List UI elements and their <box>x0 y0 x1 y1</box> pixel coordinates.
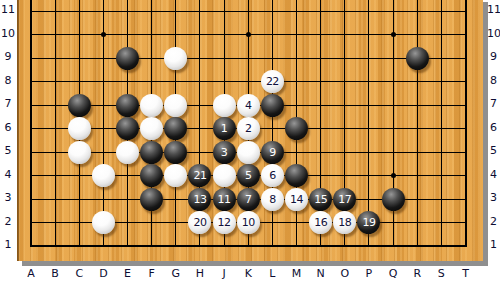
black-stone-G6[interactable] <box>164 117 187 140</box>
row-label-right-6: 6 <box>487 121 500 134</box>
move-number: 10 <box>237 211 260 234</box>
row-label-right-8: 8 <box>487 74 500 87</box>
black-stone-G5[interactable] <box>164 141 187 164</box>
row-label-right-2: 2 <box>487 215 500 228</box>
star-point <box>246 32 251 37</box>
grid-vline <box>465 0 467 247</box>
black-stone-E7[interactable] <box>116 94 139 117</box>
black-stone-K3[interactable]: 7 <box>237 188 260 211</box>
black-stone-M6[interactable] <box>285 117 308 140</box>
white-stone-M3[interactable]: 14 <box>285 188 308 211</box>
move-number: 4 <box>237 94 260 117</box>
move-number: 1 <box>213 117 236 140</box>
move-number: 11 <box>213 188 236 211</box>
move-number: 17 <box>333 188 356 211</box>
row-label-right-5: 5 <box>487 144 500 157</box>
grid-hline <box>30 11 467 12</box>
move-number: 22 <box>261 70 284 93</box>
col-label-M: M <box>288 267 305 280</box>
white-stone-K7[interactable]: 4 <box>237 94 260 117</box>
black-stone-R9[interactable] <box>406 47 429 70</box>
black-stone-P2[interactable]: 19 <box>357 211 380 234</box>
white-stone-J4[interactable] <box>213 164 236 187</box>
move-number: 16 <box>309 211 332 234</box>
row-label-left-7: 7 <box>0 97 16 110</box>
move-number: 13 <box>188 188 211 211</box>
grid-vline <box>30 0 32 247</box>
row-label-left-10: 10 <box>0 27 16 40</box>
black-stone-Q3[interactable] <box>382 188 405 211</box>
star-point <box>391 173 396 178</box>
grid-hline <box>30 245 467 247</box>
black-stone-E6[interactable] <box>116 117 139 140</box>
white-stone-D2[interactable] <box>92 211 115 234</box>
col-label-N: N <box>312 267 329 280</box>
move-number: 3 <box>213 141 236 164</box>
move-number: 21 <box>188 164 211 187</box>
row-label-left-11: 11 <box>0 3 16 16</box>
move-number: 20 <box>188 211 211 234</box>
col-label-G: G <box>167 267 184 280</box>
black-stone-J5[interactable]: 3 <box>213 141 236 164</box>
col-label-H: H <box>191 267 208 280</box>
col-label-C: C <box>71 267 88 280</box>
move-number: 6 <box>261 164 284 187</box>
move-number: 14 <box>285 188 308 211</box>
move-number: 15 <box>309 188 332 211</box>
row-label-left-6: 6 <box>0 121 16 134</box>
black-stone-J3[interactable]: 11 <box>213 188 236 211</box>
row-label-right-1: 1 <box>487 238 500 251</box>
black-stone-J6[interactable]: 1 <box>213 117 236 140</box>
black-stone-O3[interactable]: 17 <box>333 188 356 211</box>
white-stone-G4[interactable] <box>164 164 187 187</box>
col-label-F: F <box>143 267 160 280</box>
white-stone-L8[interactable]: 22 <box>261 70 284 93</box>
black-stone-L7[interactable] <box>261 94 284 117</box>
black-stone-N3[interactable]: 15 <box>309 188 332 211</box>
grid-vline <box>441 0 442 247</box>
move-number: 9 <box>261 141 284 164</box>
col-label-A: A <box>23 267 40 280</box>
grid-hline <box>30 58 467 59</box>
go-diagram-screen: 22412392156131178141517201210161819 1111… <box>0 0 500 284</box>
move-number: 5 <box>237 164 260 187</box>
white-stone-G7[interactable] <box>164 94 187 117</box>
move-number: 7 <box>237 188 260 211</box>
row-label-right-11: 11 <box>487 3 500 16</box>
white-stone-F6[interactable] <box>140 117 163 140</box>
move-number: 2 <box>237 117 260 140</box>
move-number: 8 <box>261 188 284 211</box>
grid-hline <box>30 81 467 82</box>
black-stone-K4[interactable]: 5 <box>237 164 260 187</box>
col-label-E: E <box>119 267 136 280</box>
row-label-right-4: 4 <box>487 168 500 181</box>
row-label-right-9: 9 <box>487 50 500 63</box>
black-stone-C7[interactable] <box>68 94 91 117</box>
col-label-D: D <box>95 267 112 280</box>
white-stone-E5[interactable] <box>116 141 139 164</box>
row-label-left-3: 3 <box>0 191 16 204</box>
row-label-left-5: 5 <box>0 144 16 157</box>
white-stone-K6[interactable]: 2 <box>237 117 260 140</box>
white-stone-C5[interactable] <box>68 141 91 164</box>
move-number: 19 <box>357 211 380 234</box>
black-stone-H3[interactable]: 13 <box>188 188 211 211</box>
board-shadow-bottom <box>22 261 488 266</box>
white-stone-H2[interactable]: 20 <box>188 211 211 234</box>
row-label-left-9: 9 <box>0 50 16 63</box>
col-label-T: T <box>457 267 474 280</box>
col-label-L: L <box>264 267 281 280</box>
row-label-right-10: 10 <box>487 27 500 40</box>
white-stone-K5[interactable] <box>237 141 260 164</box>
white-stone-L4[interactable]: 6 <box>261 164 284 187</box>
white-stone-K2[interactable]: 10 <box>237 211 260 234</box>
row-label-left-4: 4 <box>0 168 16 181</box>
grid-vline <box>55 0 56 247</box>
col-label-R: R <box>409 267 426 280</box>
grid-vline <box>368 0 369 247</box>
star-point <box>101 32 106 37</box>
black-stone-L5[interactable]: 9 <box>261 141 284 164</box>
white-stone-O2[interactable]: 18 <box>333 211 356 234</box>
row-label-left-2: 2 <box>0 215 16 228</box>
col-label-Q: Q <box>385 267 402 280</box>
black-stone-H4[interactable]: 21 <box>188 164 211 187</box>
col-label-P: P <box>360 267 377 280</box>
row-label-right-7: 7 <box>487 97 500 110</box>
black-stone-M4[interactable] <box>285 164 308 187</box>
col-label-J: J <box>216 267 233 280</box>
white-stone-F7[interactable] <box>140 94 163 117</box>
white-stone-N2[interactable]: 16 <box>309 211 332 234</box>
white-stone-L3[interactable]: 8 <box>261 188 284 211</box>
row-label-left-8: 8 <box>0 74 16 87</box>
white-stone-D4[interactable] <box>92 164 115 187</box>
black-stone-F5[interactable] <box>140 141 163 164</box>
black-stone-F3[interactable] <box>140 188 163 211</box>
grid-vline <box>103 0 104 247</box>
col-label-K: K <box>240 267 257 280</box>
black-stone-E9[interactable] <box>116 47 139 70</box>
white-stone-C6[interactable] <box>68 117 91 140</box>
white-stone-J2[interactable]: 12 <box>213 211 236 234</box>
white-stone-G9[interactable] <box>164 47 187 70</box>
move-number: 12 <box>213 211 236 234</box>
go-board[interactable]: 22412392156131178141517201210161819 <box>17 0 483 261</box>
move-number: 18 <box>333 211 356 234</box>
col-label-S: S <box>433 267 450 280</box>
black-stone-F4[interactable] <box>140 164 163 187</box>
white-stone-J7[interactable] <box>213 94 236 117</box>
row-label-left-1: 1 <box>0 238 16 251</box>
grid-vline <box>417 0 418 247</box>
col-label-O: O <box>336 267 353 280</box>
col-label-B: B <box>47 267 64 280</box>
row-label-right-3: 3 <box>487 191 500 204</box>
star-point <box>391 32 396 37</box>
